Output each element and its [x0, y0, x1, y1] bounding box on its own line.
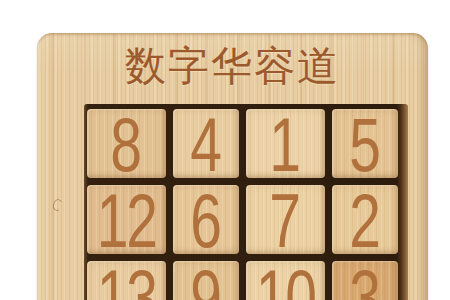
- tile-7[interactable]: 7: [246, 185, 325, 254]
- tile-10[interactable]: 10: [246, 261, 325, 300]
- tile-9[interactable]: 9: [173, 261, 239, 300]
- tile-5[interactable]: 5: [332, 109, 398, 178]
- tile-number: 8: [110, 105, 142, 183]
- tile-12[interactable]: 12: [87, 185, 166, 254]
- tile-13[interactable]: 13: [87, 261, 166, 300]
- tile-number: 10: [256, 257, 315, 300]
- tile-8[interactable]: 8: [87, 109, 166, 178]
- tile-1[interactable]: 1: [246, 109, 325, 178]
- tile-number: 4: [190, 105, 222, 183]
- wood-knot-mark: [51, 198, 63, 212]
- tile-number: 12: [97, 181, 156, 259]
- tile-number: 6: [190, 181, 222, 259]
- tile-number: 2: [349, 181, 381, 259]
- tile-number: 5: [349, 105, 381, 183]
- tile-2[interactable]: 2: [332, 185, 398, 254]
- tile-number: 9: [190, 257, 222, 300]
- tile-number: 3: [349, 257, 381, 300]
- tile-4[interactable]: 4: [173, 109, 239, 178]
- tile-number: 1: [269, 105, 301, 183]
- board-title: 数字华容道: [37, 44, 428, 89]
- tile-grid: 8 4 1 5 12 6 7 2 13 9 10 3: [87, 109, 398, 300]
- tile-3[interactable]: 3: [332, 261, 398, 300]
- tile-tray: 8 4 1 5 12 6 7 2 13 9 10 3: [84, 104, 408, 300]
- tile-number: 13: [97, 257, 156, 300]
- tile-6[interactable]: 6: [173, 185, 239, 254]
- puzzle-board: 数字华容道 8 4 1 5 12 6 7 2 13 9 10 3: [37, 33, 428, 300]
- photo-canvas: 数字华容道 8 4 1 5 12 6 7 2 13 9 10 3: [0, 0, 450, 300]
- tile-number: 7: [269, 181, 301, 259]
